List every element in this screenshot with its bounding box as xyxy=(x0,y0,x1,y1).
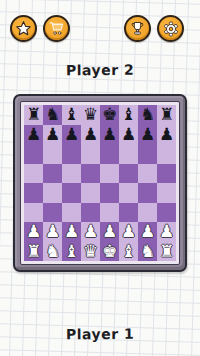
white-bishop: ♝ xyxy=(64,243,79,260)
square-a3[interactable] xyxy=(24,203,43,223)
square-h8[interactable]: ♜ xyxy=(157,105,176,125)
square-e5[interactable] xyxy=(100,164,119,184)
settings-button[interactable] xyxy=(157,15,184,42)
square-c5[interactable] xyxy=(62,164,81,184)
white-knight: ♞ xyxy=(140,243,155,260)
square-b4[interactable] xyxy=(43,183,62,203)
black-pawn: ♟ xyxy=(159,126,174,143)
black-bishop: ♝ xyxy=(121,106,136,123)
square-a5[interactable] xyxy=(24,164,43,184)
star-button[interactable] xyxy=(10,15,37,42)
square-b5[interactable] xyxy=(43,164,62,184)
square-b3[interactable] xyxy=(43,203,62,223)
square-e3[interactable] xyxy=(100,203,119,223)
square-h2[interactable]: ♟ xyxy=(157,222,176,242)
black-pawn: ♟ xyxy=(45,126,60,143)
square-e7[interactable]: ♟ xyxy=(100,125,119,145)
black-pawn: ♟ xyxy=(102,126,117,143)
square-e8[interactable]: ♚ xyxy=(100,105,119,125)
square-h3[interactable] xyxy=(157,203,176,223)
square-c4[interactable] xyxy=(62,183,81,203)
square-b6[interactable] xyxy=(43,144,62,164)
black-pawn: ♟ xyxy=(140,126,155,143)
white-king: ♚ xyxy=(102,243,117,260)
white-pawn: ♟ xyxy=(102,223,117,240)
square-e4[interactable] xyxy=(100,183,119,203)
square-c2[interactable]: ♟ xyxy=(62,222,81,242)
square-c8[interactable]: ♝ xyxy=(62,105,81,125)
black-king: ♚ xyxy=(102,106,117,123)
white-pawn: ♟ xyxy=(64,223,79,240)
square-d1[interactable]: ♛ xyxy=(81,242,100,262)
square-c7[interactable]: ♟ xyxy=(62,125,81,145)
square-b7[interactable]: ♟ xyxy=(43,125,62,145)
black-pawn: ♟ xyxy=(64,126,79,143)
black-knight: ♞ xyxy=(140,106,155,123)
square-f4[interactable] xyxy=(119,183,138,203)
gear-icon xyxy=(162,20,180,38)
square-d5[interactable] xyxy=(81,164,100,184)
square-d6[interactable] xyxy=(81,144,100,164)
white-pawn: ♟ xyxy=(83,223,98,240)
square-g5[interactable] xyxy=(138,164,157,184)
square-a1[interactable]: ♜ xyxy=(24,242,43,262)
white-pawn: ♟ xyxy=(159,223,174,240)
square-a6[interactable] xyxy=(24,144,43,164)
square-h6[interactable] xyxy=(157,144,176,164)
trophy-icon xyxy=(129,20,146,37)
black-pawn: ♟ xyxy=(26,126,41,143)
chess-board: ♜♞♝♛♚♝♞♜♟♟♟♟♟♟♟♟♟♟♟♟♟♟♟♟♜♞♝♛♚♝♞♜ xyxy=(24,105,176,261)
square-d8[interactable]: ♛ xyxy=(81,105,100,125)
square-b8[interactable]: ♞ xyxy=(43,105,62,125)
square-f7[interactable]: ♟ xyxy=(119,125,138,145)
square-a8[interactable]: ♜ xyxy=(24,105,43,125)
square-b2[interactable]: ♟ xyxy=(43,222,62,242)
shopping-cart-icon xyxy=(48,20,65,37)
square-c1[interactable]: ♝ xyxy=(62,242,81,262)
square-h7[interactable]: ♟ xyxy=(157,125,176,145)
app-screen: Player 2 ♜♞♝♛♚♝♞♜♟♟♟♟♟♟♟♟♟♟♟♟♟♟♟♟♜♞♝♛♚♝♞… xyxy=(0,0,200,356)
square-d7[interactable]: ♟ xyxy=(81,125,100,145)
star-icon xyxy=(15,20,32,37)
square-c6[interactable] xyxy=(62,144,81,164)
square-f8[interactable]: ♝ xyxy=(119,105,138,125)
square-f1[interactable]: ♝ xyxy=(119,242,138,262)
square-g4[interactable] xyxy=(138,183,157,203)
square-e2[interactable]: ♟ xyxy=(100,222,119,242)
square-h4[interactable] xyxy=(157,183,176,203)
square-e6[interactable] xyxy=(100,144,119,164)
white-queen: ♛ xyxy=(83,243,98,260)
square-f5[interactable] xyxy=(119,164,138,184)
square-g7[interactable]: ♟ xyxy=(138,125,157,145)
square-d4[interactable] xyxy=(81,183,100,203)
player-1-label: Player 1 xyxy=(0,325,200,343)
square-d3[interactable] xyxy=(81,203,100,223)
square-d2[interactable]: ♟ xyxy=(81,222,100,242)
square-g1[interactable]: ♞ xyxy=(138,242,157,262)
white-pawn: ♟ xyxy=(26,223,41,240)
black-rook: ♜ xyxy=(26,106,41,123)
square-f2[interactable]: ♟ xyxy=(119,222,138,242)
square-g2[interactable]: ♟ xyxy=(138,222,157,242)
black-knight: ♞ xyxy=(45,106,60,123)
white-rook: ♜ xyxy=(159,243,174,260)
black-bishop: ♝ xyxy=(64,106,79,123)
square-e1[interactable]: ♚ xyxy=(100,242,119,262)
white-pawn: ♟ xyxy=(45,223,60,240)
white-rook: ♜ xyxy=(26,243,41,260)
square-f3[interactable] xyxy=(119,203,138,223)
trophy-button[interactable] xyxy=(124,15,151,42)
square-h1[interactable]: ♜ xyxy=(157,242,176,262)
black-pawn: ♟ xyxy=(83,126,98,143)
square-f6[interactable] xyxy=(119,144,138,164)
player-2-label: Player 2 xyxy=(0,61,200,79)
white-pawn: ♟ xyxy=(121,223,136,240)
black-rook: ♜ xyxy=(159,106,174,123)
square-h5[interactable] xyxy=(157,164,176,184)
square-b1[interactable]: ♞ xyxy=(43,242,62,262)
black-pawn: ♟ xyxy=(121,126,136,143)
square-a4[interactable] xyxy=(24,183,43,203)
square-g3[interactable] xyxy=(138,203,157,223)
shop-button[interactable] xyxy=(43,15,70,42)
white-pawn: ♟ xyxy=(140,223,155,240)
white-knight: ♞ xyxy=(45,243,60,260)
white-bishop: ♝ xyxy=(121,243,136,260)
square-a7[interactable]: ♟ xyxy=(24,125,43,145)
square-g6[interactable] xyxy=(138,144,157,164)
board-inner-mat: ♜♞♝♛♚♝♞♜♟♟♟♟♟♟♟♟♟♟♟♟♟♟♟♟♜♞♝♛♚♝♞♜ xyxy=(20,101,180,265)
chess-board-frame: ♜♞♝♛♚♝♞♜♟♟♟♟♟♟♟♟♟♟♟♟♟♟♟♟♜♞♝♛♚♝♞♜ xyxy=(13,94,187,272)
black-queen: ♛ xyxy=(83,106,98,123)
square-g8[interactable]: ♞ xyxy=(138,105,157,125)
square-a2[interactable]: ♟ xyxy=(24,222,43,242)
square-c3[interactable] xyxy=(62,203,81,223)
